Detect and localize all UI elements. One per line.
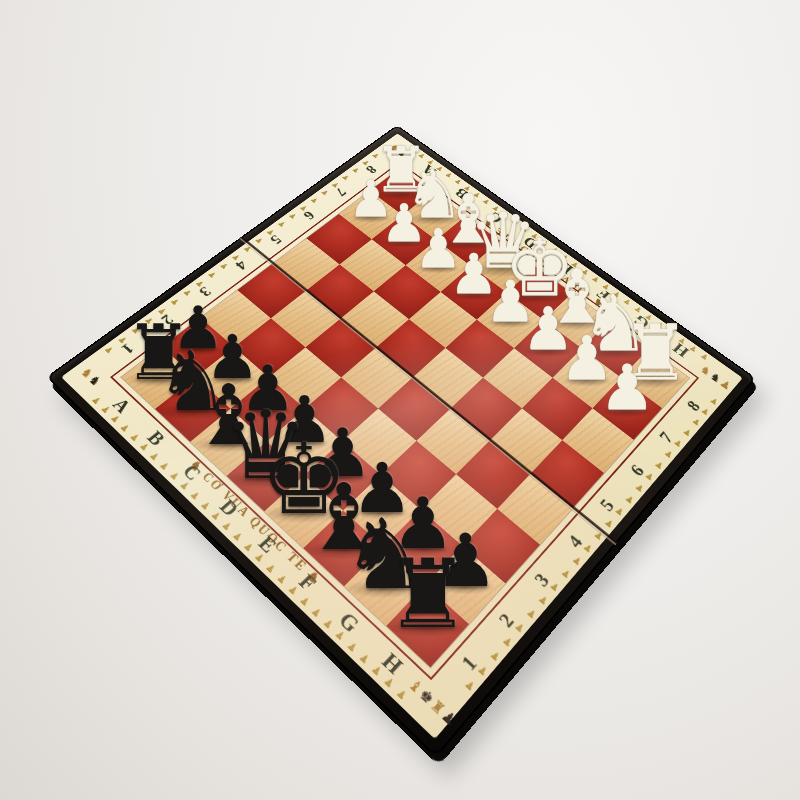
- chess-board-plane: ♟♟♟♟♟♟♟♟♟♟♟♟♟♟♟♟♟♟♟♟♟♟♟♟♟♟♟♟♟♟ ♟♟♟♟♟♟♟♟♟…: [46, 125, 756, 758]
- photo-stage: ♟♟♟♟♟♟♟♟♟♟♟♟♟♟♟♟♟♟♟♟♟♟♟♟♟♟♟♟♟♟ ♟♟♟♟♟♟♟♟♟…: [0, 0, 800, 800]
